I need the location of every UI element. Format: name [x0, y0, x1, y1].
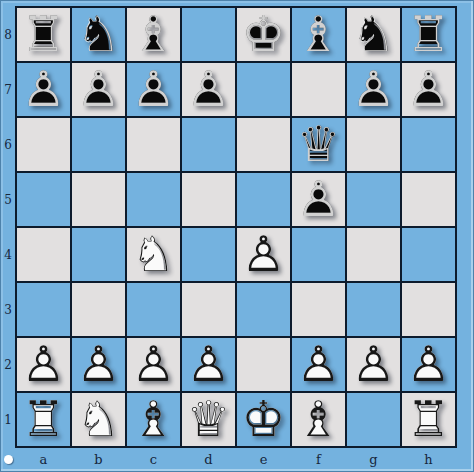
black-bishop[interactable]: ♝♗	[292, 8, 345, 61]
file-label-g: g	[347, 450, 400, 468]
square-c8[interactable]: ♝♗	[127, 8, 180, 61]
white-king[interactable]: ♚♔	[237, 393, 290, 446]
square-c6[interactable]	[127, 118, 180, 171]
square-f5[interactable]: ♟♙	[292, 173, 345, 226]
file-label-f: f	[292, 450, 345, 468]
white-pawn[interactable]: ♟♙	[237, 228, 290, 281]
black-bishop[interactable]: ♝♗	[127, 8, 180, 61]
file-label-c: c	[127, 450, 180, 468]
square-g5[interactable]	[347, 173, 400, 226]
square-h5[interactable]	[402, 173, 455, 226]
square-e4[interactable]: ♟♙	[237, 228, 290, 281]
white-bishop[interactable]: ♝♗	[127, 393, 180, 446]
square-d8[interactable]	[182, 8, 235, 61]
white-pawn[interactable]: ♟♙	[347, 338, 400, 391]
file-label-h: h	[402, 450, 455, 468]
square-h4[interactable]	[402, 228, 455, 281]
black-pawn[interactable]: ♟♙	[127, 63, 180, 116]
white-pawn[interactable]: ♟♙	[72, 338, 125, 391]
chess-board-window: 8 7 6 5 4 3 2 1 ♜♖♞♘♝♗♚♔♝♗♞♘♜♖♟♙♟♙♟♙♟♙♟♙…	[0, 0, 474, 472]
black-rook[interactable]: ♜♖	[17, 8, 70, 61]
square-g3[interactable]	[347, 283, 400, 336]
square-c5[interactable]	[127, 173, 180, 226]
board: ♜♖♞♘♝♗♚♔♝♗♞♘♜♖♟♙♟♙♟♙♟♙♟♙♟♙♛♕♟♙♞♘♟♙♟♙♟♙♟♙…	[15, 6, 457, 448]
rank-label-5: 5	[1, 173, 15, 226]
square-h7[interactable]: ♟♙	[402, 63, 455, 116]
square-c2[interactable]: ♟♙	[127, 338, 180, 391]
white-knight[interactable]: ♞♘	[127, 228, 180, 281]
rank-label-6: 6	[1, 118, 15, 171]
file-label-e: e	[237, 450, 290, 468]
white-pawn[interactable]: ♟♙	[182, 338, 235, 391]
white-dot-indicator-icon	[4, 455, 13, 464]
white-pawn[interactable]: ♟♙	[292, 338, 345, 391]
square-d5[interactable]	[182, 173, 235, 226]
square-b4[interactable]	[72, 228, 125, 281]
square-a2[interactable]: ♟♙	[17, 338, 70, 391]
square-h8[interactable]: ♜♖	[402, 8, 455, 61]
square-b7[interactable]: ♟♙	[72, 63, 125, 116]
rank-labels: 8 7 6 5 4 3 2 1	[1, 8, 15, 446]
file-label-d: d	[182, 450, 235, 468]
square-g8[interactable]: ♞♘	[347, 8, 400, 61]
white-rook[interactable]: ♜♖	[17, 393, 70, 446]
square-a3[interactable]	[17, 283, 70, 336]
square-b2[interactable]: ♟♙	[72, 338, 125, 391]
white-pawn[interactable]: ♟♙	[402, 338, 455, 391]
square-c1[interactable]: ♝♗	[127, 393, 180, 446]
square-d3[interactable]	[182, 283, 235, 336]
black-knight[interactable]: ♞♘	[347, 8, 400, 61]
square-a8[interactable]: ♜♖	[17, 8, 70, 61]
black-pawn[interactable]: ♟♙	[182, 63, 235, 116]
square-d4[interactable]	[182, 228, 235, 281]
square-d7[interactable]: ♟♙	[182, 63, 235, 116]
file-label-b: b	[72, 450, 125, 468]
square-g1[interactable]	[347, 393, 400, 446]
square-f4[interactable]	[292, 228, 345, 281]
square-b6[interactable]	[72, 118, 125, 171]
square-f6[interactable]: ♛♕	[292, 118, 345, 171]
square-b5[interactable]	[72, 173, 125, 226]
square-f3[interactable]	[292, 283, 345, 336]
square-e7[interactable]	[237, 63, 290, 116]
black-queen[interactable]: ♛♕	[292, 118, 345, 171]
square-c7[interactable]: ♟♙	[127, 63, 180, 116]
square-a6[interactable]	[17, 118, 70, 171]
black-knight[interactable]: ♞♘	[72, 8, 125, 61]
square-h3[interactable]	[402, 283, 455, 336]
file-labels: a b c d e f g h	[17, 450, 455, 468]
square-a5[interactable]	[17, 173, 70, 226]
black-rook[interactable]: ♜♖	[402, 8, 455, 61]
white-knight[interactable]: ♞♘	[72, 393, 125, 446]
square-c3[interactable]	[127, 283, 180, 336]
square-a4[interactable]	[17, 228, 70, 281]
square-b3[interactable]	[72, 283, 125, 336]
rank-label-2: 2	[1, 338, 15, 391]
square-f8[interactable]: ♝♗	[292, 8, 345, 61]
black-pawn[interactable]: ♟♙	[292, 173, 345, 226]
black-pawn[interactable]: ♟♙	[72, 63, 125, 116]
square-g2[interactable]: ♟♙	[347, 338, 400, 391]
square-h1[interactable]: ♜♖	[402, 393, 455, 446]
white-pawn[interactable]: ♟♙	[127, 338, 180, 391]
file-label-a: a	[17, 450, 70, 468]
square-e8[interactable]: ♚♔	[237, 8, 290, 61]
square-d2[interactable]: ♟♙	[182, 338, 235, 391]
white-queen[interactable]: ♛♕	[182, 393, 235, 446]
square-b8[interactable]: ♞♘	[72, 8, 125, 61]
square-e6[interactable]	[237, 118, 290, 171]
white-rook[interactable]: ♜♖	[402, 393, 455, 446]
square-f1[interactable]: ♝♗	[292, 393, 345, 446]
rank-label-1: 1	[1, 393, 15, 446]
white-pawn[interactable]: ♟♙	[17, 338, 70, 391]
white-bishop[interactable]: ♝♗	[292, 393, 345, 446]
rank-label-3: 3	[1, 283, 15, 336]
black-pawn[interactable]: ♟♙	[17, 63, 70, 116]
square-h2[interactable]: ♟♙	[402, 338, 455, 391]
square-b1[interactable]: ♞♘	[72, 393, 125, 446]
square-e5[interactable]	[237, 173, 290, 226]
square-c4[interactable]: ♞♘	[127, 228, 180, 281]
square-h6[interactable]	[402, 118, 455, 171]
rank-label-7: 7	[1, 63, 15, 116]
square-g6[interactable]	[347, 118, 400, 171]
black-pawn[interactable]: ♟♙	[402, 63, 455, 116]
square-e3[interactable]	[237, 283, 290, 336]
square-e1[interactable]: ♚♔	[237, 393, 290, 446]
rank-label-4: 4	[1, 228, 15, 281]
square-g4[interactable]	[347, 228, 400, 281]
rank-label-8: 8	[1, 8, 15, 61]
square-d6[interactable]	[182, 118, 235, 171]
square-a1[interactable]: ♜♖	[17, 393, 70, 446]
square-a7[interactable]: ♟♙	[17, 63, 70, 116]
square-d1[interactable]: ♛♕	[182, 393, 235, 446]
square-f7[interactable]	[292, 63, 345, 116]
square-g7[interactable]: ♟♙	[347, 63, 400, 116]
black-pawn[interactable]: ♟♙	[347, 63, 400, 116]
black-king[interactable]: ♚♔	[237, 8, 290, 61]
square-e2[interactable]	[237, 338, 290, 391]
square-f2[interactable]: ♟♙	[292, 338, 345, 391]
